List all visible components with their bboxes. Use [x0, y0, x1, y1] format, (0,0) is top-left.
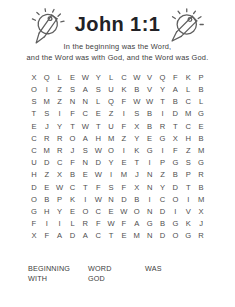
grid-cell[interactable]: W [79, 71, 92, 83]
grid-cell[interactable]: I [105, 169, 118, 181]
grid-cell[interactable]: B [195, 83, 208, 95]
grid-cell[interactable]: F [169, 144, 182, 156]
grid-cell[interactable]: F [117, 120, 130, 132]
grid-cell[interactable]: L [182, 83, 195, 95]
grid-cell[interactable]: B [169, 96, 182, 108]
grid-cell[interactable]: F [169, 71, 182, 83]
grid-cell[interactable]: D [117, 193, 130, 205]
grid-cell[interactable]: T [105, 230, 118, 242]
grid-cell[interactable]: J [130, 169, 143, 181]
grid-cell[interactable]: J [195, 217, 208, 229]
grid-cell[interactable]: E [40, 181, 53, 193]
grid-cell[interactable]: P [195, 71, 208, 83]
grid-cell[interactable]: I [53, 108, 66, 120]
grid-cell[interactable]: Z [53, 96, 66, 108]
grid-cell[interactable]: E [66, 71, 79, 83]
grid-cell[interactable]: E [66, 205, 79, 217]
grid-cell[interactable]: G [195, 157, 208, 169]
grid-cell[interactable]: Z [156, 169, 169, 181]
grid-cell[interactable]: Z [53, 83, 66, 95]
grid-cell[interactable]: D [169, 108, 182, 120]
grid-cell[interactable]: S [105, 181, 118, 193]
grid-cell[interactable]: M [182, 108, 195, 120]
word-list-item: WAS [145, 264, 162, 274]
grid-cell[interactable]: F [117, 96, 130, 108]
grid-cell[interactable]: N [143, 205, 156, 217]
grid-cell[interactable]: G [195, 108, 208, 120]
grid-cell[interactable]: T [156, 96, 169, 108]
grid-cell[interactable]: E [105, 205, 118, 217]
grid-cell[interactable]: C [182, 120, 195, 132]
grid-cell[interactable]: E [117, 157, 130, 169]
grid-cell[interactable]: R [195, 169, 208, 181]
grid-cell[interactable]: L [53, 71, 66, 83]
grid-cell[interactable]: X [130, 120, 143, 132]
grid-cell[interactable]: C [28, 144, 41, 156]
grid-cell[interactable]: T [169, 120, 182, 132]
grid-cell[interactable]: U [28, 157, 41, 169]
grid-cell[interactable]: A [130, 217, 143, 229]
grid-cell[interactable]: K [117, 83, 130, 95]
grid-cell[interactable]: I [143, 157, 156, 169]
grid-cell[interactable]: Z [117, 132, 130, 144]
grid-cell[interactable]: Y [53, 205, 66, 217]
grid-cell[interactable]: I [156, 108, 169, 120]
grid-cell[interactable]: S [130, 108, 143, 120]
grid-cell[interactable]: N [66, 96, 79, 108]
grid-cell[interactable]: O [79, 205, 92, 217]
grid-cell[interactable]: Z [182, 144, 195, 156]
grid-cell[interactable]: C [92, 230, 105, 242]
grid-cell[interactable]: L [92, 96, 105, 108]
grid-cell[interactable]: W [105, 217, 118, 229]
grid-cell[interactable]: M [40, 144, 53, 156]
grid-cell[interactable]: R [40, 132, 53, 144]
grid-cell[interactable]: T [182, 181, 195, 193]
grid-cell[interactable]: Q [105, 96, 118, 108]
grid-cell[interactable]: S [79, 144, 92, 156]
grid-cell[interactable]: M [195, 144, 208, 156]
grid-cell[interactable]: D [169, 181, 182, 193]
word-list-item: WORD [88, 264, 145, 274]
grid-cell[interactable]: U [105, 83, 118, 95]
grid-cell[interactable]: O [28, 83, 41, 95]
grid-cell[interactable]: I [182, 193, 195, 205]
grid-cell[interactable]: S [92, 83, 105, 95]
grid-cell[interactable]: B [40, 193, 53, 205]
grid-cell[interactable]: M [40, 96, 53, 108]
grid-cell[interactable]: P [182, 169, 195, 181]
grid-cell[interactable]: D [66, 230, 79, 242]
grid-cell[interactable]: W [117, 205, 130, 217]
grid-cell[interactable]: I [53, 217, 66, 229]
word-search-grid: XQLEWYLCWVQFKPOIZSASUKBVYALBSMZNNLQFWWTB… [28, 71, 208, 242]
grid-cell[interactable]: U [105, 120, 118, 132]
grid-cell[interactable]: J [40, 120, 53, 132]
grid-cell[interactable]: A [53, 230, 66, 242]
word-list-item: WITH [28, 274, 88, 284]
grid-cell[interactable]: D [28, 181, 41, 193]
grid-cell[interactable]: D [156, 230, 169, 242]
grid-cell[interactable]: I [79, 193, 92, 205]
grid-cell[interactable]: M [195, 193, 208, 205]
grid-cell[interactable]: W [143, 96, 156, 108]
lightbulb-pencil-icon [162, 8, 206, 52]
grid-cell[interactable]: F [117, 181, 130, 193]
grid-cell[interactable]: P [53, 193, 66, 205]
grid-cell[interactable]: V [143, 83, 156, 95]
grid-cell[interactable]: M [105, 132, 118, 144]
grid-cell[interactable]: W [92, 169, 105, 181]
grid-cell[interactable]: G [143, 217, 156, 229]
grid-cell[interactable]: F [92, 181, 105, 193]
grid-cell[interactable]: B [195, 132, 208, 144]
grid-cell[interactable]: K [182, 71, 195, 83]
grid-cell[interactable]: Z [105, 108, 118, 120]
grid-cell[interactable]: Q [40, 71, 53, 83]
grid-cell[interactable]: A [169, 83, 182, 95]
grid-cell[interactable]: B [130, 83, 143, 95]
grid-cell[interactable]: M [130, 230, 143, 242]
grid-cell[interactable]: Y [156, 83, 169, 95]
grid-cell[interactable]: F [92, 217, 105, 229]
grid-cell[interactable]: H [92, 132, 105, 144]
grid-cell[interactable]: A [79, 132, 92, 144]
grid-cell[interactable]: S [66, 83, 79, 95]
grid-cell[interactable]: T [92, 120, 105, 132]
grid-cell[interactable]: E [195, 120, 208, 132]
grid-cell[interactable]: T [28, 108, 41, 120]
grid-cell[interactable]: R [156, 120, 169, 132]
grid-cell[interactable]: X [28, 230, 41, 242]
grid-cell[interactable]: X [130, 181, 143, 193]
worksheet-page: John 1:1 In the beginning was the Word, … [0, 0, 235, 307]
grid-cell[interactable]: T [66, 120, 79, 132]
grid-cell[interactable]: A [79, 83, 92, 95]
grid-cell[interactable]: I [40, 217, 53, 229]
grid-cell[interactable]: V [182, 205, 195, 217]
grid-cell[interactable]: G [169, 157, 182, 169]
grid-cell[interactable]: T [130, 157, 143, 169]
grid-cell[interactable]: C [182, 96, 195, 108]
grid-cell[interactable]: M [117, 169, 130, 181]
grid-cell[interactable]: F [66, 157, 79, 169]
grid-cell[interactable]: K [66, 193, 79, 205]
grid-cell[interactable]: N [79, 96, 92, 108]
word-list-column: BEGINNING WITH [28, 264, 88, 283]
grid-cell[interactable]: R [79, 217, 92, 229]
grid-cell[interactable]: Y [156, 181, 169, 193]
grid-cell[interactable]: B [195, 181, 208, 193]
grid-cell[interactable]: F [117, 217, 130, 229]
grid-cell[interactable]: B [143, 108, 156, 120]
grid-cell[interactable]: E [92, 108, 105, 120]
grid-cell[interactable]: B [143, 120, 156, 132]
lightbulb-pencil-icon [21, 5, 72, 56]
grid-cell[interactable]: N [79, 157, 92, 169]
grid-cell[interactable]: Q [156, 71, 169, 83]
grid-cell[interactable]: N [143, 181, 156, 193]
grid-cell[interactable]: C [66, 181, 79, 193]
grid-cell[interactable]: K [130, 144, 143, 156]
grid-cell[interactable]: R [53, 132, 66, 144]
grid-cell[interactable]: E [79, 169, 92, 181]
word-list-item: BEGINNING [28, 264, 88, 274]
grid-cell[interactable]: J [66, 144, 79, 156]
grid-cell[interactable]: H [28, 169, 41, 181]
grid-cell[interactable]: E [143, 132, 156, 144]
grid-cell[interactable]: D [40, 157, 53, 169]
grid-cell[interactable]: W [92, 193, 105, 205]
grid-cell[interactable]: F [28, 217, 41, 229]
grid-cell[interactable]: S [182, 157, 195, 169]
grid-cell[interactable]: Y [105, 157, 118, 169]
grid-cell[interactable]: S [28, 96, 41, 108]
grid-cell[interactable]: D [156, 205, 169, 217]
grid-cell[interactable]: I [117, 108, 130, 120]
grid-cell[interactable]: D [92, 157, 105, 169]
grid-cell[interactable]: L [66, 217, 79, 229]
grid-cell[interactable]: B [169, 169, 182, 181]
grid-cell[interactable]: A [79, 230, 92, 242]
grid-cell[interactable]: C [92, 205, 105, 217]
grid-cell[interactable]: G [182, 230, 195, 242]
grid-cell[interactable]: C [79, 108, 92, 120]
grid-cell[interactable]: X [195, 205, 208, 217]
grid-cell[interactable]: O [130, 205, 143, 217]
grid-cell[interactable]: I [169, 205, 182, 217]
grid-cell[interactable]: O [169, 193, 182, 205]
grid-cell[interactable]: L [195, 96, 208, 108]
grid-cell[interactable]: G [143, 144, 156, 156]
grid-cell[interactable]: I [156, 144, 169, 156]
grid-cell[interactable]: N [143, 169, 156, 181]
word-list: BEGINNING WITH WORD GOD WAS [28, 264, 162, 283]
grid-cell[interactable]: F [40, 230, 53, 242]
grid-cell[interactable]: O [66, 132, 79, 144]
grid-cell[interactable]: G [169, 217, 182, 229]
grid-cell[interactable]: L [105, 71, 118, 83]
grid-cell[interactable]: B [130, 193, 143, 205]
grid-cell[interactable]: E [28, 120, 41, 132]
grid-cell[interactable]: R [195, 230, 208, 242]
grid-cell[interactable]: P [156, 157, 169, 169]
grid-cell[interactable]: O [28, 193, 41, 205]
grid-cell[interactable]: H [182, 132, 195, 144]
grid-cell[interactable]: O [169, 230, 182, 242]
grid-cell[interactable]: T [79, 181, 92, 193]
grid-cell[interactable]: R [53, 144, 66, 156]
grid-cell[interactable]: Y [53, 120, 66, 132]
grid-cell[interactable]: G [156, 132, 169, 144]
grid-cell[interactable]: B [66, 169, 79, 181]
word-list-column: WORD GOD [88, 264, 145, 283]
grid-cell[interactable]: X [53, 169, 66, 181]
grid-cell[interactable]: S [40, 108, 53, 120]
grid-cell[interactable]: W [53, 181, 66, 193]
grid-cell[interactable]: K [182, 217, 195, 229]
grid-cell[interactable]: H [40, 205, 53, 217]
grid-cell[interactable]: V [143, 71, 156, 83]
grid-cell[interactable]: B [156, 217, 169, 229]
grid-cell[interactable]: G [28, 205, 41, 217]
word-list-item: GOD [88, 274, 145, 284]
grid-cell[interactable]: F [66, 108, 79, 120]
grid-cell[interactable]: E [117, 230, 130, 242]
grid-cell[interactable]: W [92, 144, 105, 156]
grid-cell[interactable]: O [105, 144, 118, 156]
grid-cell[interactable]: X [28, 71, 41, 83]
grid-cell[interactable]: W [130, 96, 143, 108]
grid-cell[interactable]: C [117, 71, 130, 83]
grid-cell[interactable]: X [169, 132, 182, 144]
grid-cell[interactable]: C [53, 157, 66, 169]
grid-cell[interactable]: C [28, 132, 41, 144]
grid-cell[interactable]: W [79, 120, 92, 132]
grid-cell[interactable]: Z [40, 169, 53, 181]
grid-cell[interactable]: C [156, 193, 169, 205]
grid-cell[interactable]: W [130, 71, 143, 83]
grid-cell[interactable]: I [143, 193, 156, 205]
grid-cell[interactable]: Y [130, 132, 143, 144]
grid-cell[interactable]: I [117, 144, 130, 156]
grid-cell[interactable]: Y [92, 71, 105, 83]
grid-cell[interactable]: N [105, 193, 118, 205]
grid-cell[interactable]: N [143, 230, 156, 242]
word-list-column: WAS [145, 264, 162, 283]
grid-cell[interactable]: I [40, 83, 53, 95]
